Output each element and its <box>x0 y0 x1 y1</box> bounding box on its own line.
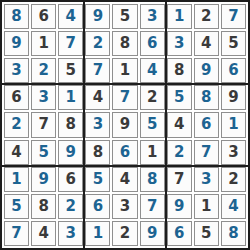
cell-r3c3[interactable]: 5 <box>58 58 83 83</box>
cell-r7c8[interactable]: 3 <box>194 167 219 192</box>
cell-r5c3[interactable]: 8 <box>58 112 83 137</box>
cell-r3c2[interactable]: 2 <box>31 58 56 83</box>
cell-r3c6[interactable]: 4 <box>140 58 165 83</box>
cell-r6c5[interactable]: 6 <box>112 140 137 165</box>
cell-r3c7[interactable]: 8 <box>167 58 192 83</box>
cell-r4c6[interactable]: 2 <box>140 85 165 110</box>
cell-r8c9[interactable]: 4 <box>221 194 246 219</box>
cell-r2c2[interactable]: 1 <box>31 31 56 56</box>
cell-r4c3[interactable]: 1 <box>58 85 83 110</box>
cell-r6c3[interactable]: 9 <box>58 140 83 165</box>
cell-r6c2[interactable]: 5 <box>31 140 56 165</box>
cell-r4c7[interactable]: 5 <box>167 85 192 110</box>
cell-r7c5[interactable]: 4 <box>112 167 137 192</box>
cell-r2c3[interactable]: 7 <box>58 31 83 56</box>
cell-r4c9[interactable]: 9 <box>221 85 246 110</box>
cell-r5c4[interactable]: 3 <box>85 112 110 137</box>
cell-r1c8[interactable]: 2 <box>194 4 219 29</box>
cell-r5c6[interactable]: 5 <box>140 112 165 137</box>
cell-r2c7[interactable]: 3 <box>167 31 192 56</box>
cell-r1c6[interactable]: 3 <box>140 4 165 29</box>
cell-r5c2[interactable]: 7 <box>31 112 56 137</box>
cell-r6c9[interactable]: 3 <box>221 140 246 165</box>
cell-r4c4[interactable]: 4 <box>85 85 110 110</box>
cell-r2c5[interactable]: 8 <box>112 31 137 56</box>
cell-r6c1[interactable]: 4 <box>4 140 29 165</box>
cell-r1c9[interactable]: 7 <box>221 4 246 29</box>
cell-r8c6[interactable]: 7 <box>140 194 165 219</box>
cell-r4c1[interactable]: 6 <box>4 85 29 110</box>
cell-r9c9[interactable]: 8 <box>221 221 246 246</box>
cell-r3c8[interactable]: 9 <box>194 58 219 83</box>
cell-r3c1[interactable]: 3 <box>4 58 29 83</box>
cell-r7c9[interactable]: 2 <box>221 167 246 192</box>
cell-r8c5[interactable]: 3 <box>112 194 137 219</box>
cell-r4c8[interactable]: 8 <box>194 85 219 110</box>
cell-r9c6[interactable]: 9 <box>140 221 165 246</box>
cell-r8c7[interactable]: 9 <box>167 194 192 219</box>
cell-r8c3[interactable]: 2 <box>58 194 83 219</box>
cell-r9c5[interactable]: 2 <box>112 221 137 246</box>
cell-r1c7[interactable]: 1 <box>167 4 192 29</box>
cell-r6c7[interactable]: 2 <box>167 140 192 165</box>
cell-r8c4[interactable]: 6 <box>85 194 110 219</box>
cell-r1c2[interactable]: 6 <box>31 4 56 29</box>
cell-r1c3[interactable]: 4 <box>58 4 83 29</box>
cell-r2c6[interactable]: 6 <box>140 31 165 56</box>
cell-r4c5[interactable]: 7 <box>112 85 137 110</box>
sudoku-board: 8649531279172863453257148966314725892783… <box>0 0 250 250</box>
cell-r7c7[interactable]: 7 <box>167 167 192 192</box>
cell-r7c2[interactable]: 9 <box>31 167 56 192</box>
cell-r2c8[interactable]: 4 <box>194 31 219 56</box>
cell-r9c4[interactable]: 1 <box>85 221 110 246</box>
cell-r6c4[interactable]: 8 <box>85 140 110 165</box>
cell-r9c7[interactable]: 6 <box>167 221 192 246</box>
cell-r7c6[interactable]: 8 <box>140 167 165 192</box>
cell-r1c1[interactable]: 8 <box>4 4 29 29</box>
cell-r5c7[interactable]: 4 <box>167 112 192 137</box>
cell-r2c1[interactable]: 9 <box>4 31 29 56</box>
cell-r5c8[interactable]: 6 <box>194 112 219 137</box>
cell-r3c5[interactable]: 1 <box>112 58 137 83</box>
cell-r3c4[interactable]: 7 <box>85 58 110 83</box>
cell-r7c1[interactable]: 1 <box>4 167 29 192</box>
cell-r3c9[interactable]: 6 <box>221 58 246 83</box>
cell-r2c4[interactable]: 2 <box>85 31 110 56</box>
cell-r9c1[interactable]: 7 <box>4 221 29 246</box>
cell-r1c5[interactable]: 5 <box>112 4 137 29</box>
cell-r7c4[interactable]: 5 <box>85 167 110 192</box>
cell-r9c8[interactable]: 5 <box>194 221 219 246</box>
cell-r5c1[interactable]: 2 <box>4 112 29 137</box>
cell-r5c5[interactable]: 9 <box>112 112 137 137</box>
cell-r6c8[interactable]: 7 <box>194 140 219 165</box>
cell-r1c4[interactable]: 9 <box>85 4 110 29</box>
cell-r6c6[interactable]: 1 <box>140 140 165 165</box>
sudoku-grid: 8649531279172863453257148966314725892783… <box>4 4 246 246</box>
cell-r9c2[interactable]: 4 <box>31 221 56 246</box>
cell-r8c2[interactable]: 8 <box>31 194 56 219</box>
cell-r4c2[interactable]: 3 <box>31 85 56 110</box>
cell-r2c9[interactable]: 5 <box>221 31 246 56</box>
cell-r9c3[interactable]: 3 <box>58 221 83 246</box>
cell-r5c9[interactable]: 1 <box>221 112 246 137</box>
cell-r8c1[interactable]: 5 <box>4 194 29 219</box>
cell-r8c8[interactable]: 1 <box>194 194 219 219</box>
cell-r7c3[interactable]: 6 <box>58 167 83 192</box>
